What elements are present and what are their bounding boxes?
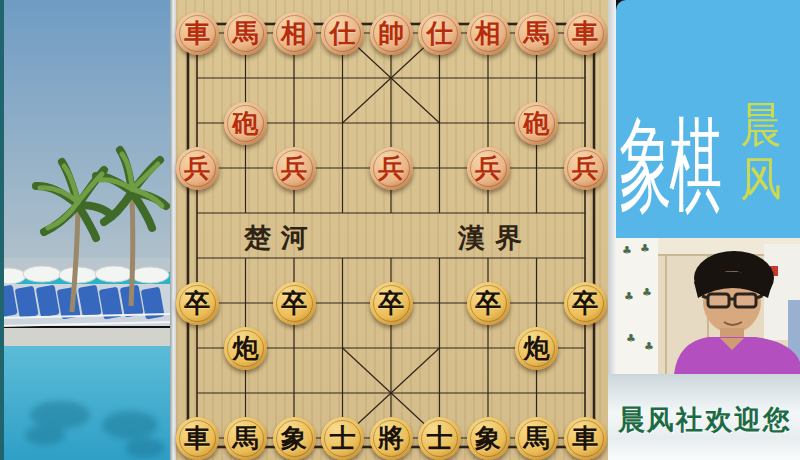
piece-red-仕[interactable]: 仕 (418, 12, 461, 55)
piece-red-砲[interactable]: 砲 (515, 102, 558, 145)
piece-red-兵[interactable]: 兵 (273, 147, 316, 190)
xiangqi-board: 楚河 漢界 車馬相仕帥仕相馬車砲砲兵兵兵兵兵卒卒卒卒卒炮炮車馬象士將士象馬車 (176, 0, 608, 460)
logo-main-text: 象棋 (619, 96, 720, 236)
piece-black-車[interactable]: 車 (564, 417, 607, 460)
piece-black-士[interactable]: 士 (418, 417, 461, 460)
logo-sub-char-1: 晨 (738, 98, 784, 152)
curtain (616, 238, 658, 374)
logo-panel: 象棋 晨 风 (616, 0, 800, 238)
beach-photo-art (0, 0, 170, 460)
river-label-left: 楚河 (244, 220, 318, 256)
piece-red-砲[interactable]: 砲 (224, 102, 267, 145)
piece-black-象[interactable]: 象 (273, 417, 316, 460)
piece-black-將[interactable]: 將 (370, 417, 413, 460)
piece-red-車[interactable]: 車 (564, 12, 607, 55)
piece-red-馬[interactable]: 馬 (515, 12, 558, 55)
sky (0, 0, 170, 275)
piece-red-兵[interactable]: 兵 (370, 147, 413, 190)
logo-sub-text: 晨 风 (738, 98, 784, 206)
piece-black-象[interactable]: 象 (467, 417, 510, 460)
webcam-view: ♣♣ ♣♣ ♣♣ (616, 238, 800, 374)
svg-text:♣: ♣ (624, 290, 634, 303)
svg-text:♣: ♣ (640, 242, 650, 255)
piece-red-兵[interactable]: 兵 (467, 147, 510, 190)
piece-red-兵[interactable]: 兵 (564, 147, 607, 190)
piece-red-相[interactable]: 相 (273, 12, 316, 55)
piece-black-卒[interactable]: 卒 (273, 282, 316, 325)
piece-black-卒[interactable]: 卒 (370, 282, 413, 325)
piece-red-仕[interactable]: 仕 (321, 12, 364, 55)
piece-black-炮[interactable]: 炮 (224, 327, 267, 370)
svg-text:♣: ♣ (622, 244, 632, 257)
piece-black-馬[interactable]: 馬 (224, 417, 267, 460)
piece-red-相[interactable]: 相 (467, 12, 510, 55)
photo-edge-strip (0, 0, 4, 460)
piece-red-車[interactable]: 車 (176, 12, 219, 55)
svg-text:♣: ♣ (644, 340, 654, 353)
piece-black-卒[interactable]: 卒 (564, 282, 607, 325)
stream-frame: 楚河 漢界 車馬相仕帥仕相馬車砲砲兵兵兵兵兵卒卒卒卒卒炮炮車馬象士將士象馬車 象… (0, 0, 800, 460)
welcome-text: 晨风社欢迎您 (618, 402, 792, 438)
piece-black-馬[interactable]: 馬 (515, 417, 558, 460)
logo-sub-char-2: 风 (738, 152, 784, 206)
river-label-right: 漢界 (458, 220, 532, 256)
piece-red-馬[interactable]: 馬 (224, 12, 267, 55)
piece-black-士[interactable]: 士 (321, 417, 364, 460)
piece-black-卒[interactable]: 卒 (176, 282, 219, 325)
lounge-chairs (0, 284, 170, 326)
piece-black-車[interactable]: 車 (176, 417, 219, 460)
piece-black-炮[interactable]: 炮 (515, 327, 558, 370)
beach-photo (0, 0, 170, 460)
svg-text:♣: ♣ (642, 286, 652, 299)
piece-red-帥[interactable]: 帥 (370, 12, 413, 55)
piece-black-卒[interactable]: 卒 (467, 282, 510, 325)
welcome-panel: 晨风社欢迎您 (608, 374, 800, 460)
svg-text:♣: ♣ (626, 332, 636, 345)
piece-red-兵[interactable]: 兵 (176, 147, 219, 190)
board-grid (176, 0, 608, 460)
